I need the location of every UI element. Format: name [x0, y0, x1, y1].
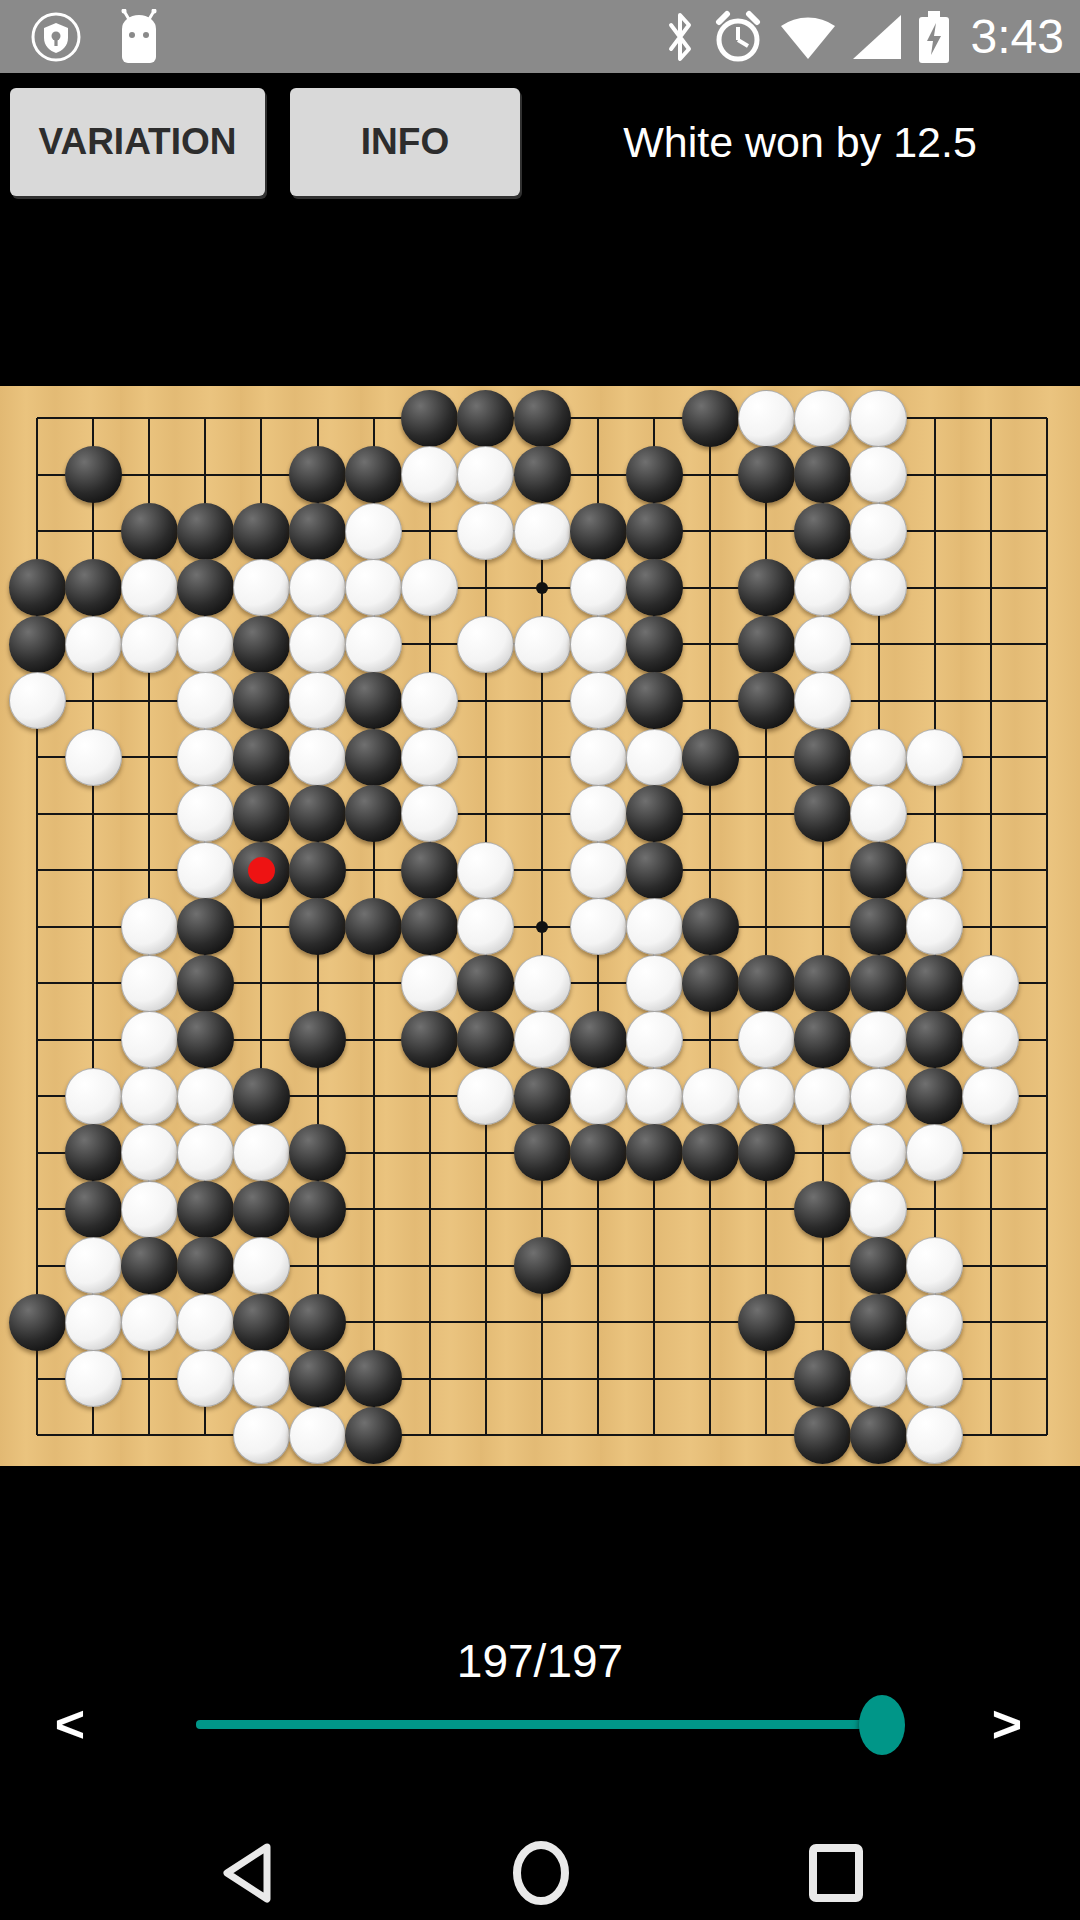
white-stone[interactable]	[794, 390, 851, 447]
white-stone[interactable]	[177, 1068, 234, 1125]
white-stone[interactable]	[906, 898, 963, 955]
white-stone[interactable]	[121, 898, 178, 955]
black-stone[interactable]	[177, 1181, 234, 1238]
info-button[interactable]: INFO	[290, 88, 520, 196]
white-stone[interactable]	[65, 1294, 122, 1351]
black-stone[interactable]	[289, 1181, 346, 1238]
white-stone[interactable]	[457, 842, 514, 899]
black-stone[interactable]	[65, 1181, 122, 1238]
white-stone[interactable]	[65, 729, 122, 786]
white-stone[interactable]	[401, 559, 458, 616]
white-stone[interactable]	[65, 1350, 122, 1407]
white-stone[interactable]	[177, 616, 234, 673]
white-stone[interactable]	[514, 955, 571, 1012]
white-stone[interactable]	[962, 1068, 1019, 1125]
white-stone[interactable]	[570, 785, 627, 842]
black-stone[interactable]	[850, 898, 907, 955]
white-stone[interactable]	[345, 559, 402, 616]
white-stone[interactable]	[9, 672, 66, 729]
black-stone[interactable]	[626, 1124, 683, 1181]
white-stone[interactable]	[457, 898, 514, 955]
white-stone[interactable]	[233, 1124, 290, 1181]
home-icon[interactable]	[510, 1840, 572, 1906]
white-stone[interactable]	[626, 1068, 683, 1125]
black-stone[interactable]	[794, 1407, 851, 1464]
black-stone[interactable]	[233, 1294, 290, 1351]
black-stone[interactable]	[794, 1350, 851, 1407]
black-stone[interactable]	[345, 785, 402, 842]
black-stone[interactable]	[345, 729, 402, 786]
black-stone[interactable]	[401, 1011, 458, 1068]
white-stone[interactable]	[850, 1350, 907, 1407]
white-stone[interactable]	[177, 842, 234, 899]
white-stone[interactable]	[514, 503, 571, 560]
white-stone[interactable]	[906, 729, 963, 786]
black-stone[interactable]	[794, 729, 851, 786]
black-stone[interactable]	[289, 1011, 346, 1068]
white-stone[interactable]	[289, 1407, 346, 1464]
black-stone[interactable]	[9, 559, 66, 616]
wifi-icon	[779, 13, 837, 61]
white-stone[interactable]	[850, 1124, 907, 1181]
black-stone[interactable]	[345, 446, 402, 503]
black-stone[interactable]	[906, 955, 963, 1012]
black-stone[interactable]	[570, 1011, 627, 1068]
status-bar: 3:43	[0, 0, 1080, 73]
black-stone[interactable]	[457, 955, 514, 1012]
white-stone[interactable]	[850, 1181, 907, 1238]
status-time: 3:43	[971, 9, 1064, 64]
white-stone[interactable]	[121, 955, 178, 1012]
black-stone[interactable]	[626, 559, 683, 616]
black-stone[interactable]	[850, 955, 907, 1012]
black-stone[interactable]	[289, 446, 346, 503]
white-stone[interactable]	[570, 559, 627, 616]
black-stone[interactable]	[570, 503, 627, 560]
white-stone[interactable]	[906, 1294, 963, 1351]
black-stone[interactable]	[682, 729, 739, 786]
white-stone[interactable]	[233, 559, 290, 616]
black-stone[interactable]	[682, 1124, 739, 1181]
white-stone[interactable]	[457, 616, 514, 673]
black-stone[interactable]	[345, 1350, 402, 1407]
toolbar: VARIATION INFO White won by 12.5	[0, 73, 1080, 386]
white-stone[interactable]	[121, 1181, 178, 1238]
recents-icon[interactable]	[807, 1842, 865, 1904]
black-stone[interactable]	[794, 446, 851, 503]
last-move-marker	[248, 857, 275, 884]
bottom-controls: 197/197 < >	[0, 1466, 1080, 1825]
key-shield-icon	[30, 11, 82, 63]
black-stone[interactable]	[289, 1294, 346, 1351]
white-stone[interactable]	[794, 616, 851, 673]
white-stone[interactable]	[906, 1124, 963, 1181]
white-stone[interactable]	[514, 1011, 571, 1068]
white-stone[interactable]	[794, 559, 851, 616]
white-stone[interactable]	[738, 390, 795, 447]
black-stone[interactable]	[738, 955, 795, 1012]
white-stone[interactable]	[233, 1407, 290, 1464]
black-stone[interactable]	[626, 503, 683, 560]
bluetooth-icon	[663, 11, 697, 63]
prev-move-button[interactable]: <	[30, 1679, 110, 1769]
variation-button[interactable]: VARIATION	[10, 88, 265, 196]
black-stone[interactable]	[626, 672, 683, 729]
star-point	[536, 582, 548, 594]
black-stone[interactable]	[289, 1350, 346, 1407]
go-board[interactable]	[0, 386, 1080, 1466]
white-stone[interactable]	[457, 503, 514, 560]
black-stone[interactable]	[906, 1068, 963, 1125]
white-stone[interactable]	[345, 503, 402, 560]
black-stone[interactable]	[233, 729, 290, 786]
white-stone[interactable]	[177, 1350, 234, 1407]
grid-line-vertical	[990, 418, 992, 1435]
black-stone[interactable]	[850, 1237, 907, 1294]
black-stone[interactable]	[177, 1237, 234, 1294]
white-stone[interactable]	[177, 672, 234, 729]
black-stone[interactable]	[626, 842, 683, 899]
white-stone[interactable]	[401, 785, 458, 842]
slider-track[interactable]	[196, 1720, 882, 1729]
back-icon[interactable]	[215, 1841, 275, 1905]
white-stone[interactable]	[626, 898, 683, 955]
white-stone[interactable]	[289, 616, 346, 673]
black-stone[interactable]	[850, 842, 907, 899]
white-stone[interactable]	[626, 1011, 683, 1068]
white-stone[interactable]	[794, 672, 851, 729]
white-stone[interactable]	[626, 729, 683, 786]
white-stone[interactable]	[457, 446, 514, 503]
white-stone[interactable]	[514, 616, 571, 673]
black-stone[interactable]	[794, 503, 851, 560]
black-stone[interactable]	[682, 898, 739, 955]
white-stone[interactable]	[570, 898, 627, 955]
white-stone[interactable]	[906, 1407, 963, 1464]
grid-line-vertical	[1046, 418, 1048, 1435]
game-result-text: White won by 12.5	[520, 88, 1080, 196]
black-stone[interactable]	[570, 1124, 627, 1181]
black-stone[interactable]	[738, 672, 795, 729]
star-point	[536, 921, 548, 933]
white-stone[interactable]	[345, 616, 402, 673]
black-stone[interactable]	[9, 1294, 66, 1351]
white-stone[interactable]	[682, 1068, 739, 1125]
white-stone[interactable]	[850, 729, 907, 786]
next-move-button[interactable]: >	[967, 1679, 1047, 1769]
black-stone[interactable]	[177, 955, 234, 1012]
black-stone[interactable]	[289, 842, 346, 899]
battery-charging-icon	[917, 9, 951, 65]
white-stone[interactable]	[177, 729, 234, 786]
white-stone[interactable]	[570, 729, 627, 786]
white-stone[interactable]	[177, 1294, 234, 1351]
black-stone[interactable]	[794, 785, 851, 842]
white-stone[interactable]	[65, 1237, 122, 1294]
android-marshmallow-icon	[110, 9, 168, 65]
black-stone[interactable]	[738, 1294, 795, 1351]
white-stone[interactable]	[121, 559, 178, 616]
black-stone[interactable]	[626, 785, 683, 842]
black-stone[interactable]	[514, 1124, 571, 1181]
white-stone[interactable]	[570, 672, 627, 729]
white-stone[interactable]	[794, 1068, 851, 1125]
black-stone[interactable]	[401, 898, 458, 955]
white-stone[interactable]	[626, 955, 683, 1012]
black-stone[interactable]	[233, 672, 290, 729]
move-slider[interactable]	[196, 1679, 882, 1769]
black-stone[interactable]	[457, 390, 514, 447]
black-stone[interactable]	[514, 446, 571, 503]
black-stone[interactable]	[289, 785, 346, 842]
white-stone[interactable]	[65, 1068, 122, 1125]
signal-icon	[851, 13, 903, 61]
white-stone[interactable]	[850, 503, 907, 560]
white-stone[interactable]	[121, 616, 178, 673]
white-stone[interactable]	[906, 842, 963, 899]
white-stone[interactable]	[177, 785, 234, 842]
white-stone[interactable]	[850, 446, 907, 503]
black-stone[interactable]	[65, 1124, 122, 1181]
white-stone[interactable]	[289, 672, 346, 729]
black-stone[interactable]	[401, 390, 458, 447]
white-stone[interactable]	[962, 955, 1019, 1012]
black-stone[interactable]	[65, 446, 122, 503]
black-stone[interactable]	[345, 672, 402, 729]
black-stone[interactable]	[121, 503, 178, 560]
white-stone[interactable]	[570, 616, 627, 673]
black-stone[interactable]	[289, 898, 346, 955]
white-stone[interactable]	[401, 672, 458, 729]
black-stone[interactable]	[514, 1237, 571, 1294]
black-stone[interactable]	[233, 1068, 290, 1125]
white-stone[interactable]	[570, 842, 627, 899]
black-stone[interactable]	[289, 503, 346, 560]
black-stone[interactable]	[289, 1124, 346, 1181]
white-stone[interactable]	[738, 1068, 795, 1125]
black-stone[interactable]	[794, 1181, 851, 1238]
black-stone[interactable]	[9, 616, 66, 673]
black-stone[interactable]	[345, 1407, 402, 1464]
white-stone[interactable]	[289, 729, 346, 786]
black-stone[interactable]	[794, 955, 851, 1012]
black-stone[interactable]	[682, 955, 739, 1012]
black-stone[interactable]	[738, 446, 795, 503]
white-stone[interactable]	[401, 446, 458, 503]
black-stone[interactable]	[177, 898, 234, 955]
black-stone[interactable]	[233, 616, 290, 673]
black-stone[interactable]	[906, 1011, 963, 1068]
white-stone[interactable]	[850, 1011, 907, 1068]
black-stone[interactable]	[233, 503, 290, 560]
white-stone[interactable]	[289, 559, 346, 616]
black-stone[interactable]	[850, 1407, 907, 1464]
white-stone[interactable]	[121, 1124, 178, 1181]
white-stone[interactable]	[906, 1237, 963, 1294]
black-stone[interactable]	[626, 446, 683, 503]
white-stone[interactable]	[850, 1068, 907, 1125]
black-stone[interactable]	[233, 1181, 290, 1238]
white-stone[interactable]	[738, 1011, 795, 1068]
white-stone[interactable]	[401, 955, 458, 1012]
white-stone[interactable]	[457, 1068, 514, 1125]
alarm-icon	[711, 10, 765, 64]
black-stone[interactable]	[177, 1011, 234, 1068]
android-nav-bar	[0, 1825, 1080, 1920]
black-stone[interactable]	[626, 616, 683, 673]
black-stone[interactable]	[457, 1011, 514, 1068]
black-stone[interactable]	[794, 1011, 851, 1068]
black-stone[interactable]	[514, 1068, 571, 1125]
black-stone[interactable]	[738, 1124, 795, 1181]
slider-thumb[interactable]	[859, 1695, 905, 1755]
white-stone[interactable]	[177, 1124, 234, 1181]
white-stone[interactable]	[233, 1350, 290, 1407]
black-stone[interactable]	[121, 1237, 178, 1294]
black-stone[interactable]	[177, 503, 234, 560]
black-stone[interactable]	[345, 898, 402, 955]
black-stone[interactable]	[65, 559, 122, 616]
white-stone[interactable]	[401, 729, 458, 786]
white-stone[interactable]	[850, 390, 907, 447]
black-stone[interactable]	[514, 390, 571, 447]
black-stone[interactable]	[233, 785, 290, 842]
black-stone[interactable]	[850, 1294, 907, 1351]
white-stone[interactable]	[121, 1294, 178, 1351]
white-stone[interactable]	[233, 1237, 290, 1294]
black-stone[interactable]	[738, 559, 795, 616]
white-stone[interactable]	[121, 1011, 178, 1068]
white-stone[interactable]	[850, 559, 907, 616]
black-stone[interactable]	[177, 559, 234, 616]
white-stone[interactable]	[121, 1068, 178, 1125]
white-stone[interactable]	[65, 616, 122, 673]
white-stone[interactable]	[962, 1011, 1019, 1068]
white-stone[interactable]	[906, 1350, 963, 1407]
white-stone[interactable]	[850, 785, 907, 842]
black-stone[interactable]	[682, 390, 739, 447]
black-stone[interactable]	[738, 616, 795, 673]
white-stone[interactable]	[570, 1068, 627, 1125]
black-stone[interactable]	[401, 842, 458, 899]
